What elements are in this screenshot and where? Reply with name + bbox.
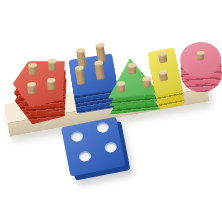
peg-cap bbox=[196, 50, 204, 55]
stack-red-pentagon bbox=[11, 57, 76, 129]
wooden-peg bbox=[142, 78, 151, 88]
wooden-peg bbox=[116, 83, 125, 93]
wooden-peg bbox=[27, 84, 36, 95]
stack-pink-circle bbox=[179, 41, 222, 106]
peg-cap bbox=[127, 62, 136, 68]
loose-blue-square-piece bbox=[61, 116, 133, 185]
wooden-peg bbox=[159, 71, 169, 81]
peg-cap bbox=[116, 80, 125, 86]
peg-cap bbox=[47, 58, 56, 64]
wooden-peg bbox=[48, 60, 57, 71]
toy-photo-scene bbox=[0, 0, 222, 222]
peg-cap bbox=[95, 42, 105, 48]
wooden-peg bbox=[47, 80, 56, 91]
peg-cap bbox=[75, 47, 85, 53]
peg-cap bbox=[141, 76, 150, 82]
wooden-peg bbox=[197, 53, 204, 60]
wooden-peg bbox=[158, 53, 168, 63]
peg-cap bbox=[27, 62, 36, 68]
peg-cap bbox=[46, 77, 55, 83]
peg-cap bbox=[26, 81, 35, 87]
wooden-peg bbox=[28, 65, 37, 76]
wooden-peg bbox=[128, 65, 137, 75]
